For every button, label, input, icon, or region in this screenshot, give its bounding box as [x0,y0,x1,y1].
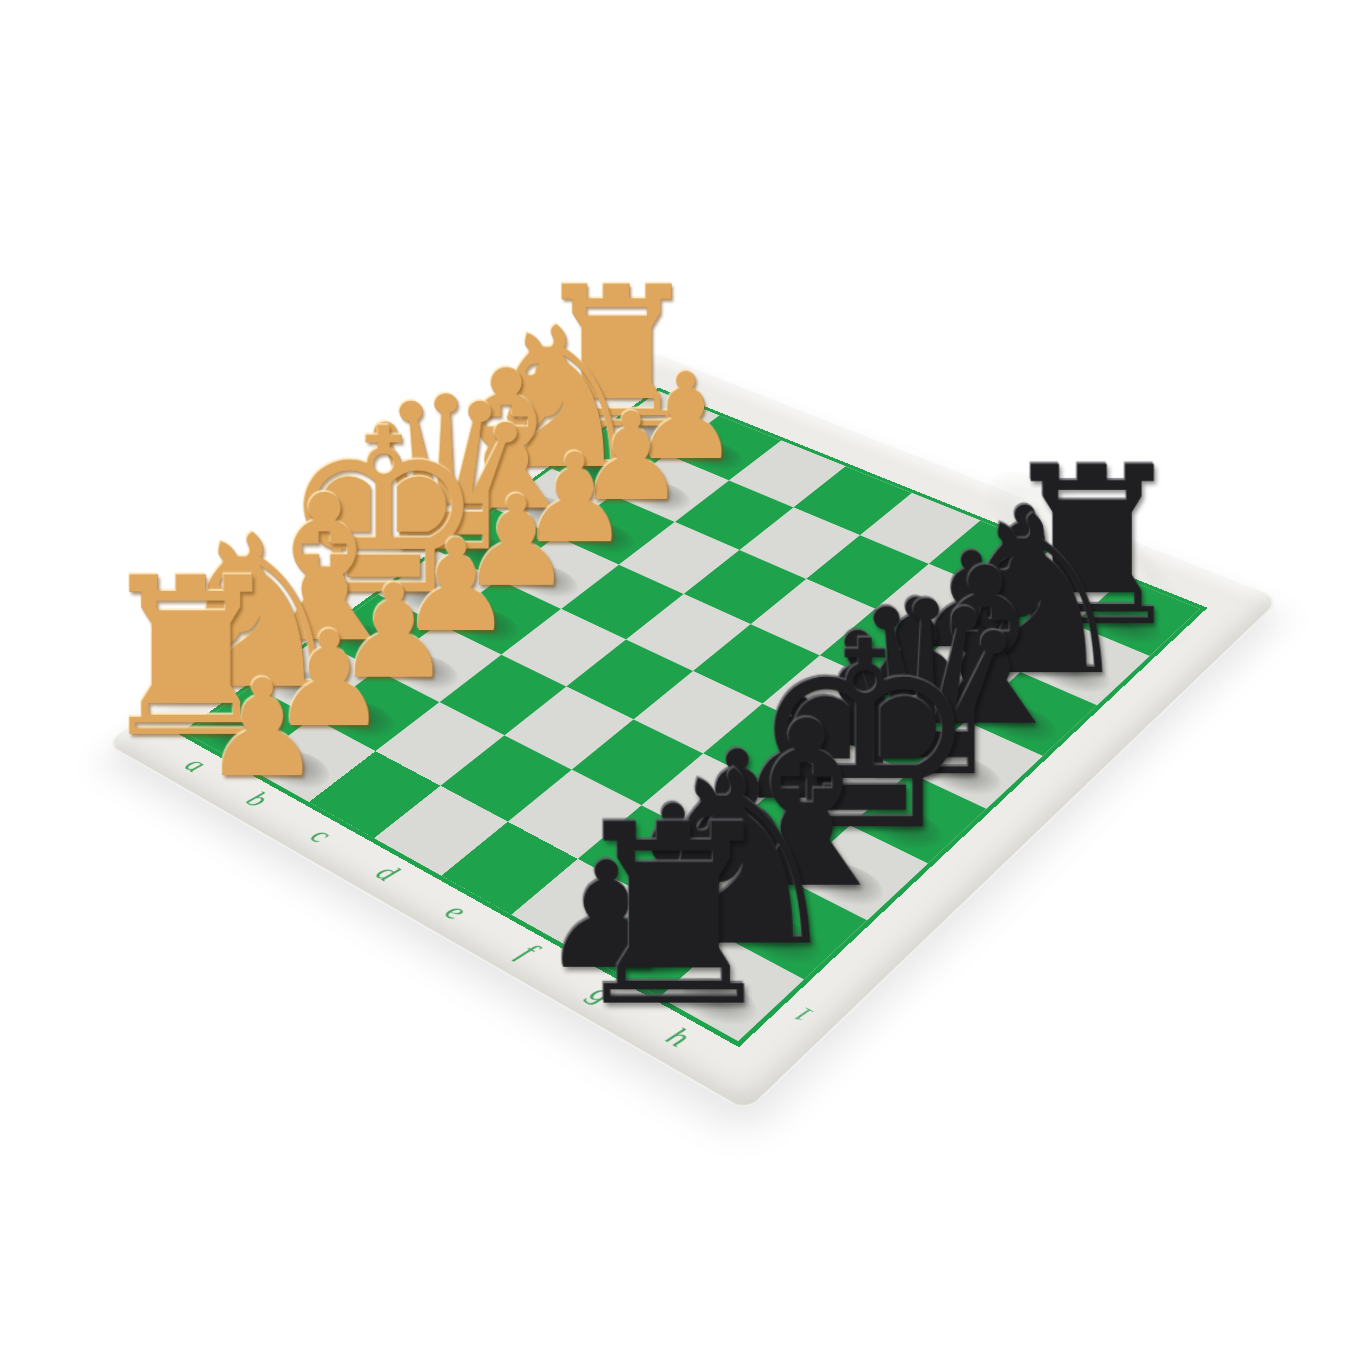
product-photo-canvas: ♜♟♟♜♞♟♟♞♝♟♟♝♛♟♟♛♚♟♟♚♝♟♟♝♞♟♟♞♜♟♟♜ abcdefg… [0,0,1366,1366]
piece-white-pawn[interactable]: ♟ [100,661,425,795]
square-h1[interactable]: ♜ [660,938,804,1041]
file-label-c: c [269,807,367,870]
board-scene: ♜♟♟♜♞♟♟♞♝♟♟♝♛♟♟♛♚♟♟♚♝♟♟♝♞♟♟♞♜♟♟♜ abcdefg… [0,0,1366,1366]
square-b1[interactable]: ♟ [246,718,375,802]
piece-black-rook[interactable]: ♜ [492,792,857,1041]
vinyl-roll-up-mat: ♜♟♟♜♞♟♟♞♝♟♟♝♛♟♟♛♚♟♟♚♝♟♟♝♞♟♟♞♜♟♟♜ abcdefg… [103,352,1282,1113]
chess-board: ♜♟♟♜♞♟♟♞♝♟♟♝♛♟♟♛♚♟♟♚♝♟♟♝♞♟♟♞♜♟♟♜ [186,391,1200,1041]
